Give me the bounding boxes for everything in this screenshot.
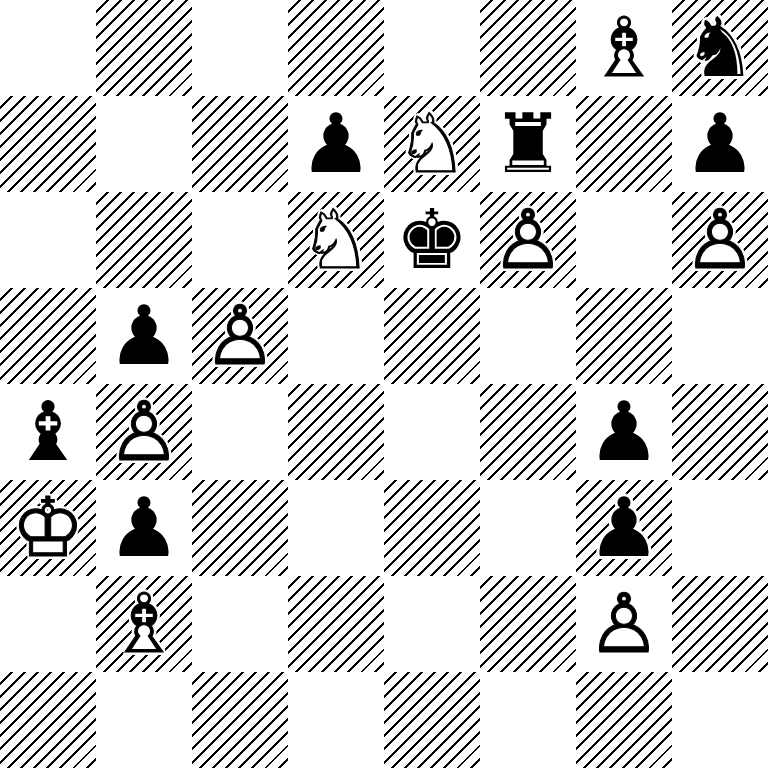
square-c8[interactable]: [192, 0, 288, 96]
square-d2[interactable]: [288, 576, 384, 672]
white-bishop[interactable]: ♝♗: [96, 576, 192, 672]
black-pawn-glyph: ♟: [96, 480, 192, 576]
white-knight[interactable]: ♞♘: [288, 192, 384, 288]
white-pawn[interactable]: ♟♙: [480, 192, 576, 288]
square-f5[interactable]: [480, 288, 576, 384]
square-b1[interactable]: [96, 672, 192, 768]
black-king[interactable]: ♚: [384, 192, 480, 288]
square-b8[interactable]: [96, 0, 192, 96]
white-pawn[interactable]: ♟♙: [672, 192, 768, 288]
black-pawn[interactable]: ♟: [672, 96, 768, 192]
square-g1[interactable]: [576, 672, 672, 768]
square-e4[interactable]: [384, 384, 480, 480]
black-pawn[interactable]: ♟: [576, 384, 672, 480]
square-f2[interactable]: [480, 576, 576, 672]
square-e2[interactable]: [384, 576, 480, 672]
white-king-outline: ♔: [0, 480, 96, 576]
chess-board: ♝♗♞♟♞♘♜♟♞♘♚♟♙♟♙♟♟♙♝♟♙♟♚♔♟♟♝♗♟♙: [0, 0, 768, 768]
square-c4[interactable]: [192, 384, 288, 480]
square-d6[interactable]: ♞♘: [288, 192, 384, 288]
square-a2[interactable]: [0, 576, 96, 672]
white-pawn-outline: ♙: [192, 288, 288, 384]
white-pawn[interactable]: ♟♙: [192, 288, 288, 384]
black-knight-glyph: ♞: [672, 0, 768, 96]
black-knight[interactable]: ♞: [672, 0, 768, 96]
square-a5[interactable]: [0, 288, 96, 384]
black-pawn-glyph: ♟: [576, 480, 672, 576]
square-h3[interactable]: [672, 480, 768, 576]
black-king-glyph: ♚: [384, 192, 480, 288]
black-pawn-glyph: ♟: [672, 96, 768, 192]
white-pawn-outline: ♙: [480, 192, 576, 288]
square-f4[interactable]: [480, 384, 576, 480]
square-f3[interactable]: [480, 480, 576, 576]
square-b4[interactable]: ♟♙: [96, 384, 192, 480]
square-a7[interactable]: [0, 96, 96, 192]
square-f8[interactable]: [480, 0, 576, 96]
black-bishop-glyph: ♝: [0, 384, 96, 480]
square-g6[interactable]: [576, 192, 672, 288]
square-d7[interactable]: ♟: [288, 96, 384, 192]
square-d5[interactable]: [288, 288, 384, 384]
white-knight-outline: ♘: [384, 96, 480, 192]
square-h4[interactable]: [672, 384, 768, 480]
square-e7[interactable]: ♞♘: [384, 96, 480, 192]
square-g2[interactable]: ♟♙: [576, 576, 672, 672]
black-rook[interactable]: ♜: [480, 96, 576, 192]
white-pawn[interactable]: ♟♙: [576, 576, 672, 672]
white-pawn-outline: ♙: [96, 384, 192, 480]
square-f7[interactable]: ♜: [480, 96, 576, 192]
square-e5[interactable]: [384, 288, 480, 384]
square-a8[interactable]: [0, 0, 96, 96]
square-a1[interactable]: [0, 672, 96, 768]
square-h5[interactable]: [672, 288, 768, 384]
white-knight-outline: ♘: [288, 192, 384, 288]
square-h8[interactable]: ♞: [672, 0, 768, 96]
square-g4[interactable]: ♟: [576, 384, 672, 480]
white-pawn[interactable]: ♟♙: [96, 384, 192, 480]
square-b7[interactable]: [96, 96, 192, 192]
square-b6[interactable]: [96, 192, 192, 288]
square-e6[interactable]: ♚: [384, 192, 480, 288]
white-knight[interactable]: ♞♘: [384, 96, 480, 192]
square-e8[interactable]: [384, 0, 480, 96]
white-bishop-outline: ♗: [576, 0, 672, 96]
square-f1[interactable]: [480, 672, 576, 768]
white-pawn-outline: ♙: [576, 576, 672, 672]
square-g7[interactable]: [576, 96, 672, 192]
square-b2[interactable]: ♝♗: [96, 576, 192, 672]
black-pawn[interactable]: ♟: [96, 480, 192, 576]
white-bishop[interactable]: ♝♗: [576, 0, 672, 96]
square-h1[interactable]: [672, 672, 768, 768]
square-c2[interactable]: [192, 576, 288, 672]
square-h2[interactable]: [672, 576, 768, 672]
square-a4[interactable]: ♝: [0, 384, 96, 480]
square-g8[interactable]: ♝♗: [576, 0, 672, 96]
square-e1[interactable]: [384, 672, 480, 768]
square-b3[interactable]: ♟: [96, 480, 192, 576]
black-rook-glyph: ♜: [480, 96, 576, 192]
square-f6[interactable]: ♟♙: [480, 192, 576, 288]
square-a6[interactable]: [0, 192, 96, 288]
black-pawn-glyph: ♟: [96, 288, 192, 384]
square-g3[interactable]: ♟: [576, 480, 672, 576]
black-pawn[interactable]: ♟: [96, 288, 192, 384]
square-c6[interactable]: [192, 192, 288, 288]
square-h7[interactable]: ♟: [672, 96, 768, 192]
square-d3[interactable]: [288, 480, 384, 576]
square-d4[interactable]: [288, 384, 384, 480]
square-h6[interactable]: ♟♙: [672, 192, 768, 288]
square-d1[interactable]: [288, 672, 384, 768]
square-c1[interactable]: [192, 672, 288, 768]
square-d8[interactable]: [288, 0, 384, 96]
square-c5[interactable]: ♟♙: [192, 288, 288, 384]
black-pawn[interactable]: ♟: [288, 96, 384, 192]
square-b5[interactable]: ♟: [96, 288, 192, 384]
black-pawn[interactable]: ♟: [576, 480, 672, 576]
black-bishop[interactable]: ♝: [0, 384, 96, 480]
white-king[interactable]: ♚♔: [0, 480, 96, 576]
white-pawn-outline: ♙: [672, 192, 768, 288]
black-pawn-glyph: ♟: [288, 96, 384, 192]
square-c3[interactable]: [192, 480, 288, 576]
square-e3[interactable]: [384, 480, 480, 576]
white-bishop-outline: ♗: [96, 576, 192, 672]
square-g5[interactable]: [576, 288, 672, 384]
black-pawn-glyph: ♟: [576, 384, 672, 480]
square-a3[interactable]: ♚♔: [0, 480, 96, 576]
square-c7[interactable]: [192, 96, 288, 192]
